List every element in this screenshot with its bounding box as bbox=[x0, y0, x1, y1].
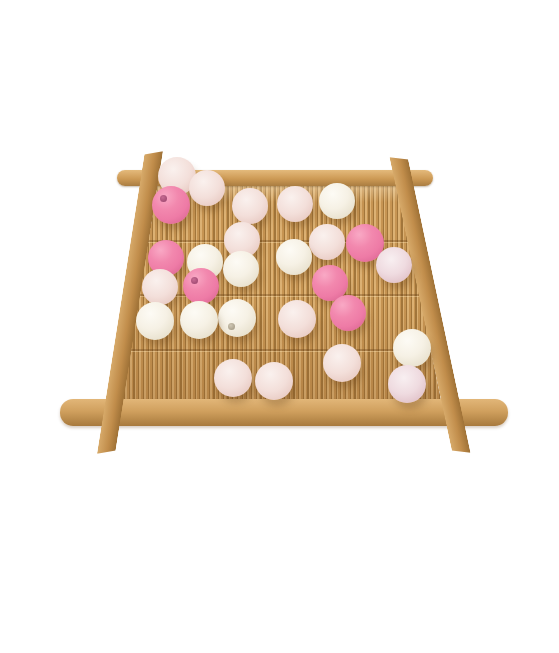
tray-bottom-rail bbox=[60, 399, 508, 426]
bead-hole bbox=[191, 277, 198, 284]
bead-palepink bbox=[278, 300, 316, 338]
bead-hotpink bbox=[330, 295, 366, 331]
bead-white bbox=[136, 302, 174, 340]
bead-white bbox=[223, 251, 259, 287]
bead-palepink bbox=[323, 344, 361, 382]
bead-palepink bbox=[277, 186, 313, 222]
bead-hotpink bbox=[152, 186, 190, 224]
bead-white bbox=[393, 329, 431, 367]
bead-palepink bbox=[309, 224, 345, 260]
bead-pearl bbox=[376, 247, 412, 283]
bead-palepink bbox=[232, 188, 268, 224]
bead-palepink bbox=[214, 359, 252, 397]
bead-white bbox=[218, 299, 256, 337]
bead-hole bbox=[228, 323, 235, 330]
bead-palepink bbox=[255, 362, 293, 400]
bead-palepink bbox=[189, 170, 225, 206]
bead-hotpink bbox=[183, 268, 219, 304]
photo-stage bbox=[0, 0, 559, 653]
bead-hole bbox=[160, 195, 167, 202]
bead-palepink bbox=[142, 269, 178, 305]
bead-white bbox=[180, 301, 218, 339]
bead-white bbox=[276, 239, 312, 275]
bead-white bbox=[319, 183, 355, 219]
bead-pearl bbox=[388, 365, 426, 403]
